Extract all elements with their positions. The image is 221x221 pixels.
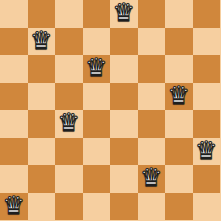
square-b5[interactable] — [28, 83, 56, 111]
square-c6[interactable] — [55, 55, 83, 83]
square-f5[interactable] — [138, 83, 166, 111]
white-queen[interactable]: ♛ — [85, 55, 107, 81]
square-g3[interactable] — [165, 138, 193, 166]
square-d7[interactable] — [83, 28, 111, 56]
square-b6[interactable] — [28, 55, 56, 83]
square-h8[interactable] — [193, 0, 221, 28]
square-h2[interactable] — [193, 165, 221, 193]
square-e3[interactable] — [110, 138, 138, 166]
white-queen[interactable]: ♛ — [168, 83, 190, 109]
square-d6[interactable]: ♛ — [83, 55, 111, 83]
square-h3[interactable]: ♛ — [193, 138, 221, 166]
square-f2[interactable]: ♛ — [138, 165, 166, 193]
white-queen[interactable]: ♛ — [140, 165, 162, 191]
square-h7[interactable] — [193, 28, 221, 56]
square-f1[interactable] — [138, 193, 166, 221]
square-h5[interactable] — [193, 83, 221, 111]
square-c5[interactable] — [55, 83, 83, 111]
square-e8[interactable]: ♛ — [110, 0, 138, 28]
square-h6[interactable] — [193, 55, 221, 83]
square-g1[interactable] — [165, 193, 193, 221]
square-b4[interactable] — [28, 110, 56, 138]
chess-board: ♛♛♛♛♛♛♛♛ — [0, 0, 220, 220]
square-f6[interactable] — [138, 55, 166, 83]
square-a2[interactable] — [0, 165, 28, 193]
square-c1[interactable] — [55, 193, 83, 221]
square-c7[interactable] — [55, 28, 83, 56]
square-b7[interactable]: ♛ — [28, 28, 56, 56]
white-queen[interactable]: ♛ — [113, 0, 135, 26]
square-f4[interactable] — [138, 110, 166, 138]
white-queen[interactable]: ♛ — [30, 28, 52, 54]
square-b1[interactable] — [28, 193, 56, 221]
square-h1[interactable] — [193, 193, 221, 221]
square-e7[interactable] — [110, 28, 138, 56]
square-d4[interactable] — [83, 110, 111, 138]
white-queen[interactable]: ♛ — [3, 193, 25, 219]
square-h4[interactable] — [193, 110, 221, 138]
square-e2[interactable] — [110, 165, 138, 193]
square-a4[interactable] — [0, 110, 28, 138]
square-e5[interactable] — [110, 83, 138, 111]
square-c8[interactable] — [55, 0, 83, 28]
square-g4[interactable] — [165, 110, 193, 138]
square-e6[interactable] — [110, 55, 138, 83]
square-c3[interactable] — [55, 138, 83, 166]
square-a5[interactable] — [0, 83, 28, 111]
square-g5[interactable]: ♛ — [165, 83, 193, 111]
square-e1[interactable] — [110, 193, 138, 221]
white-queen[interactable]: ♛ — [58, 110, 80, 136]
square-c4[interactable]: ♛ — [55, 110, 83, 138]
square-a1[interactable]: ♛ — [0, 193, 28, 221]
square-d8[interactable] — [83, 0, 111, 28]
square-f3[interactable] — [138, 138, 166, 166]
square-b2[interactable] — [28, 165, 56, 193]
square-f8[interactable] — [138, 0, 166, 28]
square-b8[interactable] — [28, 0, 56, 28]
square-d2[interactable] — [83, 165, 111, 193]
white-queen[interactable]: ♛ — [195, 138, 217, 164]
square-a3[interactable] — [0, 138, 28, 166]
square-a7[interactable] — [0, 28, 28, 56]
square-c2[interactable] — [55, 165, 83, 193]
square-f7[interactable] — [138, 28, 166, 56]
square-g2[interactable] — [165, 165, 193, 193]
square-d1[interactable] — [83, 193, 111, 221]
square-a8[interactable] — [0, 0, 28, 28]
square-a6[interactable] — [0, 55, 28, 83]
square-e4[interactable] — [110, 110, 138, 138]
square-d5[interactable] — [83, 83, 111, 111]
square-g6[interactable] — [165, 55, 193, 83]
square-d3[interactable] — [83, 138, 111, 166]
square-b3[interactable] — [28, 138, 56, 166]
square-g8[interactable] — [165, 0, 193, 28]
square-g7[interactable] — [165, 28, 193, 56]
